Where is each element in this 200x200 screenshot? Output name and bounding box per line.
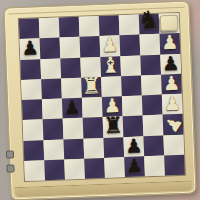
black-pawn-piece: ♟ (63, 98, 81, 118)
white-rook-piece: ♜ (81, 75, 102, 98)
square-a8 (19, 18, 40, 39)
square-g7 (140, 34, 161, 55)
square-h8 (159, 13, 180, 34)
square-a5 (21, 79, 42, 100)
white-pawn-piece: ♟ (161, 33, 179, 53)
chessboard-photo: ♞♟♟♟♝♟♜♟♟♟♟♜♟♟♟ (0, 0, 200, 200)
white-pawn-piece: ♟ (163, 74, 181, 94)
square-c7 (60, 37, 81, 58)
black-pawn-piece: ♟ (162, 53, 180, 73)
square-b7 (40, 38, 61, 59)
square-a7: ♟ (20, 39, 41, 60)
square-b4 (42, 98, 63, 119)
chess-board-box: ♞♟♟♟♝♟♜♟♟♟♟♜♟♟♟ (3, 1, 196, 200)
black-rook-piece: ♜ (103, 115, 124, 138)
square-d6 (80, 56, 101, 77)
square-e2 (103, 137, 124, 158)
square-e4: ♟ (102, 96, 123, 117)
square-h1 (164, 155, 185, 176)
white-pawn-piece: ♟ (101, 35, 119, 55)
square-c1 (64, 158, 85, 179)
black-pawn-piece: ♟ (126, 156, 144, 176)
square-a6 (20, 59, 41, 80)
hinge-icon (6, 150, 14, 158)
square-c4: ♟ (62, 98, 83, 119)
square-e8 (99, 15, 120, 36)
black-pawn-piece: ♟ (21, 38, 39, 58)
square-e3: ♜ (103, 116, 124, 137)
square-b2 (43, 139, 64, 160)
square-h6: ♟ (160, 53, 181, 74)
square-b3 (43, 119, 64, 140)
square-h3: ♟ (163, 114, 184, 135)
square-d5: ♜ (81, 77, 102, 98)
square-h7: ♟ (159, 33, 180, 54)
square-f4 (122, 95, 143, 116)
square-g2 (143, 135, 164, 156)
square-f7 (120, 35, 141, 56)
square-c6 (60, 57, 81, 78)
square-f3 (123, 116, 144, 137)
white-pawn-piece: ♟ (103, 96, 121, 116)
square-c8 (59, 17, 80, 38)
square-f8 (119, 14, 140, 35)
square-e6: ♝ (100, 56, 121, 77)
square-d2 (83, 137, 104, 158)
square-a1 (24, 160, 45, 181)
square-e5 (101, 76, 122, 97)
square-b6 (40, 58, 61, 79)
square-e7: ♟ (100, 35, 121, 56)
square-b5 (41, 78, 62, 99)
square-g6 (140, 54, 161, 75)
square-g1 (144, 155, 165, 176)
square-d8 (79, 16, 100, 37)
board-grid: ♞♟♟♟♝♟♜♟♟♟♟♜♟♟♟ (18, 12, 186, 182)
box-side-panel (14, 181, 192, 198)
square-f6 (120, 55, 141, 76)
square-c3 (63, 118, 84, 139)
square-c5 (61, 77, 82, 98)
hinge-icon (6, 164, 14, 172)
white-pawn-piece: ♟ (163, 94, 181, 114)
square-a4 (22, 99, 43, 120)
square-a3 (23, 119, 44, 140)
square-f2: ♟ (123, 136, 144, 157)
square-c2 (63, 138, 84, 159)
square-b1 (44, 159, 65, 180)
square-h4: ♟ (162, 94, 183, 115)
square-f1: ♟ (124, 156, 145, 177)
black-pawn-piece: ♟ (125, 136, 143, 156)
white-square-block (160, 15, 179, 32)
square-d4 (82, 97, 103, 118)
white-bishop-piece: ♝ (100, 54, 121, 77)
square-g3 (143, 115, 164, 136)
white-pawn-fallen-piece: ♟ (162, 113, 186, 136)
square-h2 (163, 134, 184, 155)
square-a2 (23, 140, 44, 161)
square-d1 (84, 158, 105, 179)
square-d7 (80, 36, 101, 57)
black-knight-piece: ♞ (137, 7, 160, 33)
square-f5 (121, 75, 142, 96)
square-b8 (39, 18, 60, 39)
square-g4 (142, 95, 163, 116)
square-e1 (104, 157, 125, 178)
square-d3 (83, 117, 104, 138)
square-h5: ♟ (161, 74, 182, 95)
square-g5 (141, 74, 162, 95)
square-g8: ♞ (139, 14, 160, 35)
